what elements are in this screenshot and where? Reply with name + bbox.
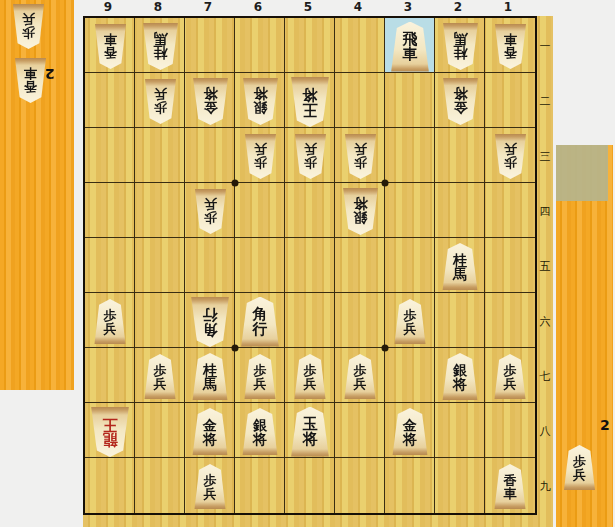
rank-label-9: 九	[537, 478, 553, 493]
square-6-9[interactable]	[235, 458, 285, 513]
square-6-5[interactable]	[235, 238, 285, 293]
rank-label-1: 一	[537, 38, 553, 53]
square-5-6[interactable]	[285, 293, 335, 348]
board-grid: 香車桂馬飛車桂馬香車歩兵金将銀将王将金将歩兵歩兵歩兵歩兵歩兵銀将桂馬歩兵角行角行…	[83, 16, 537, 515]
sente-hand-stand[interactable]: 歩兵2	[556, 145, 613, 527]
square-2-9[interactable]	[435, 458, 485, 513]
shogi-board: 香車桂馬飛車桂馬香車歩兵金将銀将王将金将歩兵歩兵歩兵歩兵歩兵銀将桂馬歩兵角行角行…	[83, 16, 553, 527]
square-3-5[interactable]	[385, 238, 435, 293]
square-4-1[interactable]	[335, 18, 385, 73]
square-3-2[interactable]	[385, 73, 435, 128]
file-label-5: 5	[283, 0, 333, 16]
square-1-2[interactable]	[485, 73, 535, 128]
square-2-4[interactable]	[435, 183, 485, 238]
square-9-9[interactable]	[85, 458, 135, 513]
square-8-4[interactable]	[135, 183, 185, 238]
rank-label-6: 六	[537, 313, 553, 328]
rank-label-3: 三	[537, 148, 553, 163]
square-4-9[interactable]	[335, 458, 385, 513]
square-3-9[interactable]	[385, 458, 435, 513]
square-6-4[interactable]	[235, 183, 285, 238]
square-7-1[interactable]	[185, 18, 235, 73]
rank-label-2: 二	[537, 93, 553, 108]
square-6-1[interactable]	[235, 18, 285, 73]
square-3-4[interactable]	[385, 183, 435, 238]
square-9-3[interactable]	[85, 128, 135, 183]
square-2-3[interactable]	[435, 128, 485, 183]
square-1-8[interactable]	[485, 403, 535, 458]
gote-hand-piece-歩兵[interactable]: 歩兵	[12, 4, 45, 49]
square-5-5[interactable]	[285, 238, 335, 293]
square-1-6[interactable]	[485, 293, 535, 348]
file-labels: 987654321	[83, 0, 535, 16]
rank-label-4: 四	[537, 203, 553, 218]
square-5-1[interactable]	[285, 18, 335, 73]
gote-hand-count-歩兵: 2	[45, 66, 55, 82]
square-7-3[interactable]	[185, 128, 235, 183]
square-9-4[interactable]	[85, 183, 135, 238]
sente-hand-count-歩兵: 2	[600, 417, 610, 433]
right-stand-panel	[556, 145, 608, 201]
gote-hand-stand[interactable]: 歩兵2香車	[0, 0, 74, 390]
square-9-5[interactable]	[85, 238, 135, 293]
shogi-app: 歩兵2香車 歩兵2 987654321 香車桂馬飛車桂馬香車歩兵金将銀将王将金将…	[0, 0, 615, 527]
rank-label-8: 八	[537, 423, 553, 438]
square-8-5[interactable]	[135, 238, 185, 293]
rank-label-7: 七	[537, 368, 553, 383]
square-5-9[interactable]	[285, 458, 335, 513]
rank-label-5: 五	[537, 258, 553, 273]
star-point	[232, 345, 239, 352]
square-2-8[interactable]	[435, 403, 485, 458]
square-8-3[interactable]	[135, 128, 185, 183]
square-2-6[interactable]	[435, 293, 485, 348]
square-4-2[interactable]	[335, 73, 385, 128]
file-label-7: 7	[183, 0, 233, 16]
square-9-2[interactable]	[85, 73, 135, 128]
file-label-2: 2	[433, 0, 483, 16]
file-label-1: 1	[483, 0, 533, 16]
file-label-3: 3	[383, 0, 433, 16]
square-3-3[interactable]	[385, 128, 435, 183]
square-7-5[interactable]	[185, 238, 235, 293]
square-9-7[interactable]	[85, 348, 135, 403]
rank-labels: 一二三四五六七八九	[537, 16, 553, 511]
file-label-6: 6	[233, 0, 283, 16]
square-1-4[interactable]	[485, 183, 535, 238]
square-1-5[interactable]	[485, 238, 535, 293]
file-label-4: 4	[333, 0, 383, 16]
star-point	[382, 180, 389, 187]
file-label-9: 9	[83, 0, 133, 16]
file-label-8: 8	[133, 0, 183, 16]
square-5-4[interactable]	[285, 183, 335, 238]
square-8-6[interactable]	[135, 293, 185, 348]
square-3-7[interactable]	[385, 348, 435, 403]
square-8-9[interactable]	[135, 458, 185, 513]
square-8-8[interactable]	[135, 403, 185, 458]
square-4-6[interactable]	[335, 293, 385, 348]
sente-hand-piece-歩兵[interactable]: 歩兵	[563, 445, 596, 490]
star-point	[232, 180, 239, 187]
star-point	[382, 345, 389, 352]
square-4-8[interactable]	[335, 403, 385, 458]
gote-hand-piece-香車[interactable]: 香車	[14, 58, 47, 103]
square-4-5[interactable]	[335, 238, 385, 293]
